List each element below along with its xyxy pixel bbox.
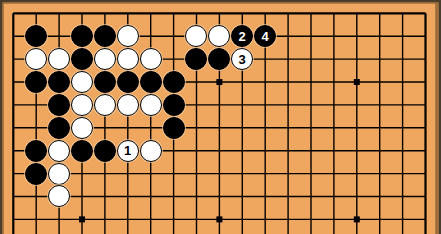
stone-black	[163, 94, 185, 116]
stone-black	[163, 117, 185, 139]
move-number: 3	[239, 53, 246, 66]
stone-white	[25, 48, 47, 70]
move-number: 1	[124, 144, 131, 157]
stone-white-move-3: 3	[231, 48, 253, 70]
stone-black	[71, 140, 93, 162]
stone-white	[117, 25, 139, 47]
stone-black	[25, 71, 47, 93]
stone-white	[117, 48, 139, 70]
stone-black	[208, 48, 230, 70]
stone-black	[117, 71, 139, 93]
stone-black	[25, 140, 47, 162]
stone-white	[117, 94, 139, 116]
stone-black	[71, 25, 93, 47]
stone-white	[208, 25, 230, 47]
stone-white	[94, 94, 116, 116]
stone-black	[25, 163, 47, 185]
stone-black-move-4: 4	[254, 25, 276, 47]
stone-white-move-1: 1	[117, 140, 139, 162]
stone-white	[140, 140, 162, 162]
go-board: 2431	[0, 0, 441, 234]
stone-white	[71, 117, 93, 139]
stones-layer: 2431	[2, 2, 437, 231]
stone-black	[94, 71, 116, 93]
stone-white	[48, 140, 70, 162]
stone-white	[140, 94, 162, 116]
stone-white	[71, 71, 93, 93]
stone-white	[48, 163, 70, 185]
stone-black	[163, 71, 185, 93]
stone-black	[185, 48, 207, 70]
stone-black	[25, 25, 47, 47]
stone-white	[94, 48, 116, 70]
stone-black	[140, 71, 162, 93]
stone-white	[140, 48, 162, 70]
move-number: 4	[261, 30, 268, 43]
stone-black	[48, 71, 70, 93]
stone-white	[48, 185, 70, 207]
stone-black	[71, 48, 93, 70]
stone-black	[48, 94, 70, 116]
stone-white	[71, 94, 93, 116]
stone-black	[94, 25, 116, 47]
stone-white	[48, 48, 70, 70]
stone-white	[185, 25, 207, 47]
stone-black	[94, 140, 116, 162]
move-number: 2	[239, 30, 246, 43]
stone-black	[48, 117, 70, 139]
stone-black-move-2: 2	[231, 25, 253, 47]
